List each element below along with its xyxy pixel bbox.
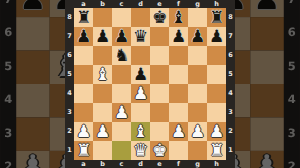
square-a8[interactable]: ♜ <box>74 8 93 27</box>
square-h6 <box>250 17 283 50</box>
file-label-g: g <box>195 1 200 8</box>
square-c7[interactable]: ♟ <box>112 27 131 46</box>
white-pawn-b2[interactable]: ♟ <box>95 123 110 140</box>
file-label-c: c <box>120 1 124 8</box>
file-labels: abcdefgh <box>74 160 226 168</box>
rank-label-4: 4 <box>67 90 72 97</box>
square-h3[interactable] <box>207 103 226 122</box>
square-c4[interactable] <box>112 84 131 103</box>
rank-label-2: 2 <box>67 128 72 135</box>
square-d2[interactable]: ♝ <box>131 122 150 141</box>
square-a1[interactable]: ♜ <box>74 141 93 160</box>
rank-label-3: 3 <box>288 128 296 139</box>
file-label-f: f <box>177 161 180 168</box>
square-e1[interactable]: ♚ <box>150 141 169 160</box>
square-b8[interactable] <box>93 8 112 27</box>
square-f7[interactable]: ♟ <box>169 27 188 46</box>
white-rook-h1[interactable]: ♜ <box>209 142 224 159</box>
square-h4[interactable] <box>207 84 226 103</box>
black-rook-h8[interactable]: ♜ <box>209 9 224 26</box>
rank-label-2: 2 <box>4 162 12 168</box>
square-d6[interactable] <box>131 46 150 65</box>
square-d1[interactable]: ♛ <box>131 141 150 160</box>
black-knight-c6[interactable]: ♞ <box>114 47 129 64</box>
square-a2: ♟ <box>16 151 49 168</box>
square-b3[interactable] <box>93 103 112 122</box>
rank-label-7: 7 <box>4 0 12 6</box>
square-e2[interactable] <box>150 122 169 141</box>
file-label-d: d <box>138 1 143 8</box>
square-f2[interactable]: ♟ <box>169 122 188 141</box>
square-b5[interactable]: ♝ <box>93 65 112 84</box>
square-a7[interactable]: ♟ <box>74 27 93 46</box>
square-f8[interactable]: ♝ <box>169 8 188 27</box>
square-a6 <box>16 17 49 50</box>
square-h1[interactable]: ♜ <box>207 141 226 160</box>
rank-label-1: 1 <box>67 147 72 154</box>
square-f3[interactable] <box>169 103 188 122</box>
chess-board: abcdefgh87654321♜♚♝♜♟♟♟♛♟♟♟♞♝♟♟♟♟♟♝♟♟♟♜♛… <box>65 0 235 168</box>
white-bishop-d2[interactable]: ♝ <box>133 123 148 140</box>
square-d4[interactable]: ♟ <box>131 84 150 103</box>
main-board-layer: abcdefgh87654321♜♚♝♜♟♟♟♛♟♟♟♞♝♟♟♟♟♟♝♟♟♟♜♛… <box>65 0 235 168</box>
rank-label-4: 4 <box>228 90 233 97</box>
rank-label-2: 2 <box>228 128 233 135</box>
square-a5[interactable] <box>74 65 93 84</box>
square-f1[interactable] <box>169 141 188 160</box>
white-king-e1[interactable]: ♚ <box>152 142 167 159</box>
square-g8[interactable] <box>188 8 207 27</box>
square-e7[interactable] <box>150 27 169 46</box>
rank-label-7: 7 <box>228 33 233 40</box>
white-pawn-d4[interactable]: ♟ <box>133 85 148 102</box>
rank-label-6: 6 <box>228 52 233 59</box>
square-b2[interactable]: ♟ <box>93 122 112 141</box>
rank-label-8: 8 <box>228 14 233 21</box>
file-label-h: h <box>214 161 219 168</box>
black-pawn-h7: ♟ <box>254 0 281 14</box>
rank-label-3: 3 <box>228 109 233 116</box>
square-d7[interactable]: ♛ <box>131 27 150 46</box>
black-pawn-a7: ♟ <box>20 0 47 14</box>
square-a2[interactable]: ♟ <box>74 122 93 141</box>
rank-labels: 87654321 <box>65 8 74 160</box>
square-a4 <box>16 84 49 117</box>
file-label-c: c <box>120 161 124 168</box>
square-g6[interactable] <box>188 46 207 65</box>
white-bishop-b5[interactable]: ♝ <box>95 66 110 83</box>
black-pawn-f7[interactable]: ♟ <box>171 28 186 45</box>
rank-label-6: 6 <box>67 52 72 59</box>
square-b4[interactable] <box>93 84 112 103</box>
square-a5 <box>16 51 49 84</box>
black-pawn-h7[interactable]: ♟ <box>209 28 224 45</box>
square-h7: ♟ <box>250 0 283 17</box>
black-pawn-a7[interactable]: ♟ <box>76 28 91 45</box>
white-pawn-g2[interactable]: ♟ <box>190 123 205 140</box>
square-f4[interactable] <box>169 84 188 103</box>
square-h8[interactable]: ♜ <box>207 8 226 27</box>
rank-label-5: 5 <box>228 71 233 78</box>
chess-app-screen: abcdefgh87654321♜♚♝♜♟♟♟♛♟♟♟♞♝♟♟♟♟♟♝♟♟♟♜♛… <box>0 0 300 168</box>
white-rook-a1[interactable]: ♜ <box>76 142 91 159</box>
square-h7[interactable]: ♟ <box>207 27 226 46</box>
board-squares: ♜♚♝♜♟♟♟♛♟♟♟♞♝♟♟♟♟♟♝♟♟♟♜♛♚♜ <box>74 8 226 160</box>
black-rook-a8[interactable]: ♜ <box>76 9 91 26</box>
square-c1[interactable] <box>112 141 131 160</box>
square-a3 <box>16 117 49 150</box>
square-c3[interactable]: ♟ <box>112 103 131 122</box>
square-g4[interactable] <box>188 84 207 103</box>
square-h3 <box>250 117 283 150</box>
white-pawn-h2[interactable]: ♟ <box>209 123 224 140</box>
square-e6[interactable] <box>150 46 169 65</box>
rank-label-4: 4 <box>4 95 12 106</box>
square-h5 <box>250 51 283 84</box>
square-a6[interactable] <box>74 46 93 65</box>
white-pawn-f2[interactable]: ♟ <box>171 123 186 140</box>
rank-labels: 87654321 <box>0 0 16 168</box>
black-pawn-c7[interactable]: ♟ <box>114 28 129 45</box>
square-c6[interactable]: ♞ <box>112 46 131 65</box>
rank-label-4: 4 <box>288 95 296 106</box>
rank-label-1: 1 <box>228 147 233 154</box>
square-g5[interactable] <box>188 65 207 84</box>
square-b7[interactable]: ♟ <box>93 27 112 46</box>
file-label-g: g <box>195 161 200 168</box>
white-pawn-h2: ♟ <box>254 152 281 168</box>
rank-labels: 87654321 <box>226 8 235 160</box>
rank-label-3: 3 <box>67 109 72 116</box>
square-b6[interactable] <box>93 46 112 65</box>
rank-label-2: 2 <box>288 162 296 168</box>
square-a3[interactable] <box>74 103 93 122</box>
square-h2: ♟ <box>250 151 283 168</box>
square-e8[interactable]: ♚ <box>150 8 169 27</box>
square-g2[interactable]: ♟ <box>188 122 207 141</box>
square-a7: ♟ <box>16 0 49 17</box>
square-e5[interactable] <box>150 65 169 84</box>
square-d8[interactable] <box>131 8 150 27</box>
square-d3[interactable] <box>131 103 150 122</box>
rank-label-5: 5 <box>67 71 72 78</box>
square-h6[interactable] <box>207 46 226 65</box>
square-g3[interactable] <box>188 103 207 122</box>
square-a4[interactable] <box>74 84 93 103</box>
square-f5[interactable] <box>169 65 188 84</box>
square-e3[interactable] <box>150 103 169 122</box>
square-h2[interactable]: ♟ <box>207 122 226 141</box>
file-labels: abcdefgh <box>74 0 226 8</box>
rank-label-5: 5 <box>4 62 12 73</box>
file-label-d: d <box>138 161 143 168</box>
black-queen-d7[interactable]: ♛ <box>133 28 148 45</box>
file-label-b: b <box>100 161 105 168</box>
square-g7[interactable]: ♟ <box>188 27 207 46</box>
square-e4[interactable] <box>150 84 169 103</box>
square-g1[interactable] <box>188 141 207 160</box>
rank-label-6: 6 <box>288 28 296 39</box>
black-pawn-b7[interactable]: ♟ <box>95 28 110 45</box>
rank-label-5: 5 <box>288 62 296 73</box>
file-label-b: b <box>100 1 105 8</box>
black-king-e8[interactable]: ♚ <box>152 9 167 26</box>
file-label-e: e <box>157 161 161 168</box>
rank-label-7: 7 <box>288 0 296 6</box>
white-pawn-a2[interactable]: ♟ <box>76 123 91 140</box>
rank-labels: 87654321 <box>284 0 300 168</box>
rank-label-8: 8 <box>67 14 72 21</box>
square-f6[interactable] <box>169 46 188 65</box>
rank-label-3: 3 <box>4 128 12 139</box>
black-pawn-g7[interactable]: ♟ <box>190 28 205 45</box>
black-pawn-d5[interactable]: ♟ <box>133 66 148 83</box>
square-b1[interactable] <box>93 141 112 160</box>
square-d5[interactable]: ♟ <box>131 65 150 84</box>
white-pawn-a2: ♟ <box>20 152 47 168</box>
file-label-a: a <box>81 161 85 168</box>
white-queen-d1[interactable]: ♛ <box>133 142 148 159</box>
square-c5[interactable] <box>112 65 131 84</box>
square-c8[interactable] <box>112 8 131 27</box>
black-bishop-f8[interactable]: ♝ <box>171 9 186 26</box>
square-h5[interactable] <box>207 65 226 84</box>
white-pawn-c3[interactable]: ♟ <box>114 104 129 121</box>
square-h4 <box>250 84 283 117</box>
rank-label-7: 7 <box>67 33 72 40</box>
rank-label-6: 6 <box>4 28 12 39</box>
square-c2[interactable] <box>112 122 131 141</box>
